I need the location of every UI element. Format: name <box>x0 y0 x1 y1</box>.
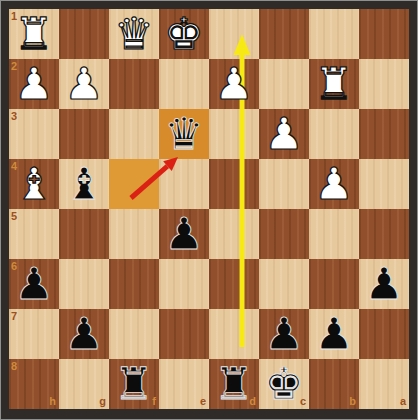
cell-d1 <box>209 9 259 59</box>
piece-white-pawn-g2[interactable]: ♟︎ <box>59 59 109 109</box>
piece-black-rook-f8[interactable]: ♜︎ <box>109 359 159 409</box>
cell-a7 <box>359 309 409 359</box>
piece-black-pawn-c7[interactable]: ♟︎ <box>259 309 309 359</box>
piece-white-rook-b2[interactable]: ♜︎ <box>309 59 359 109</box>
piece-black-pawn-e5[interactable]: ♟︎ <box>159 209 209 259</box>
cell-g4: ♝︎ <box>59 159 109 209</box>
cell-h4: ♝︎ <box>9 159 59 209</box>
cell-d2: ♟︎ <box>209 59 259 109</box>
piece-black-king-c8[interactable]: ♚︎ <box>259 359 309 409</box>
cell-d3 <box>209 109 259 159</box>
cell-b5 <box>309 209 359 259</box>
piece-white-queen-f1[interactable]: ♛︎ <box>109 9 159 59</box>
cell-d6 <box>209 259 259 309</box>
cell-c5 <box>259 209 309 259</box>
piece-white-bishop-h4[interactable]: ♝︎ <box>9 159 59 209</box>
cell-c6 <box>259 259 309 309</box>
cell-c8: ♚︎ <box>259 359 309 409</box>
piece-black-queen-e3[interactable]: ♛︎ <box>159 109 209 159</box>
cell-c4 <box>259 159 309 209</box>
cell-d7 <box>209 309 259 359</box>
piece-white-pawn-d2[interactable]: ♟︎ <box>209 59 259 109</box>
cell-g6 <box>59 259 109 309</box>
cell-e1: ♚︎ <box>159 9 209 59</box>
cell-a6: ♟︎ <box>359 259 409 309</box>
cell-b8 <box>309 359 359 409</box>
cell-b2: ♜︎ <box>309 59 359 109</box>
chess-board: 12345678hgfedcba ♜︎♛︎♚︎♟︎♟︎♟︎♜︎♛︎♟︎♝︎♝︎♟… <box>9 9 409 409</box>
cell-h3 <box>9 109 59 159</box>
cell-f8: ♜︎ <box>109 359 159 409</box>
cell-d5 <box>209 209 259 259</box>
cell-e6 <box>159 259 209 309</box>
cell-e5: ♟︎ <box>159 209 209 259</box>
piece-black-pawn-g7[interactable]: ♟︎ <box>59 309 109 359</box>
piece-black-pawn-h6[interactable]: ♟︎ <box>9 259 59 309</box>
cell-h7 <box>9 309 59 359</box>
cell-f3 <box>109 109 159 159</box>
cell-g8 <box>59 359 109 409</box>
cell-d8: ♜︎ <box>209 359 259 409</box>
cell-b7: ♟︎ <box>309 309 359 359</box>
cell-c3: ♟︎ <box>259 109 309 159</box>
cell-b3 <box>309 109 359 159</box>
piece-white-rook-h1[interactable]: ♜︎ <box>9 9 59 59</box>
cell-g5 <box>59 209 109 259</box>
cell-c1 <box>259 9 309 59</box>
cell-g3 <box>59 109 109 159</box>
cell-f5 <box>109 209 159 259</box>
chess-board-frame: 12345678hgfedcba ♜︎♛︎♚︎♟︎♟︎♟︎♜︎♛︎♟︎♝︎♝︎♟… <box>0 0 418 420</box>
cell-e7 <box>159 309 209 359</box>
cell-b1 <box>309 9 359 59</box>
cell-a5 <box>359 209 409 259</box>
cell-f1: ♛︎ <box>109 9 159 59</box>
cell-a1 <box>359 9 409 59</box>
piece-white-pawn-c3[interactable]: ♟︎ <box>259 109 309 159</box>
piece-black-pawn-b7[interactable]: ♟︎ <box>309 309 359 359</box>
cell-h1: ♜︎ <box>9 9 59 59</box>
cell-e2 <box>159 59 209 109</box>
cell-c7: ♟︎ <box>259 309 309 359</box>
piece-black-pawn-a6[interactable]: ♟︎ <box>359 259 409 309</box>
cell-e8 <box>159 359 209 409</box>
cell-a3 <box>359 109 409 159</box>
cell-h5 <box>9 209 59 259</box>
cell-g1 <box>59 9 109 59</box>
cell-f2 <box>109 59 159 109</box>
cell-h8 <box>9 359 59 409</box>
cell-b4: ♟︎ <box>309 159 359 209</box>
cell-g7: ♟︎ <box>59 309 109 359</box>
piece-white-pawn-h2[interactable]: ♟︎ <box>9 59 59 109</box>
piece-black-rook-d8[interactable]: ♜︎ <box>209 359 259 409</box>
cell-h2: ♟︎ <box>9 59 59 109</box>
cell-f6 <box>109 259 159 309</box>
cell-b6 <box>309 259 359 309</box>
piece-white-pawn-b4[interactable]: ♟︎ <box>309 159 359 209</box>
cell-a8 <box>359 359 409 409</box>
cell-g2: ♟︎ <box>59 59 109 109</box>
cell-f4 <box>109 159 159 209</box>
cell-e3: ♛︎ <box>159 109 209 159</box>
piece-white-king-e1[interactable]: ♚︎ <box>159 9 209 59</box>
piece-black-bishop-g4[interactable]: ♝︎ <box>59 159 109 209</box>
pieces-layer: ♜︎♛︎♚︎♟︎♟︎♟︎♜︎♛︎♟︎♝︎♝︎♟︎♟︎♟︎♟︎♟︎♟︎♟︎♜︎♜︎… <box>9 9 409 409</box>
cell-d4 <box>209 159 259 209</box>
cell-a2 <box>359 59 409 109</box>
cell-c2 <box>259 59 309 109</box>
cell-h6: ♟︎ <box>9 259 59 309</box>
cell-a4 <box>359 159 409 209</box>
cell-f7 <box>109 309 159 359</box>
cell-e4 <box>159 159 209 209</box>
